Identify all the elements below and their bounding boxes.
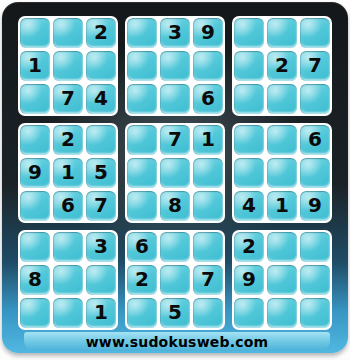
- cell-r8c7[interactable]: 9: [234, 265, 264, 295]
- cell-r6c3[interactable]: 7: [86, 191, 116, 221]
- cell-r3c2[interactable]: 7: [53, 84, 83, 114]
- given-digit: 4: [242, 195, 256, 215]
- cell-r9c9[interactable]: [300, 298, 330, 328]
- given-digit: 6: [308, 129, 322, 149]
- given-digit: 3: [94, 236, 108, 256]
- cell-r2c6[interactable]: [193, 51, 223, 81]
- box-7: 381: [18, 230, 118, 330]
- given-digit: 5: [168, 302, 182, 322]
- cell-r2c7[interactable]: [234, 51, 264, 81]
- cell-r4c4[interactable]: [127, 125, 157, 155]
- given-digit: 8: [168, 195, 182, 215]
- cell-r2c4[interactable]: [127, 51, 157, 81]
- cell-r4c9[interactable]: 6: [300, 125, 330, 155]
- given-digit: 9: [201, 22, 215, 42]
- cell-r8c4[interactable]: 2: [127, 265, 157, 295]
- cell-r1c1[interactable]: [20, 18, 50, 48]
- cell-r6c5[interactable]: 8: [160, 191, 190, 221]
- given-digit: 7: [168, 129, 182, 149]
- cell-r2c9[interactable]: 7: [300, 51, 330, 81]
- cell-r2c3[interactable]: [86, 51, 116, 81]
- given-digit: 7: [308, 55, 322, 75]
- cell-r3c8[interactable]: [267, 84, 297, 114]
- cell-r1c4[interactable]: [127, 18, 157, 48]
- cell-r6c1[interactable]: [20, 191, 50, 221]
- box-8: 6275: [125, 230, 225, 330]
- cell-r1c8[interactable]: [267, 18, 297, 48]
- site-url: www.sudokusweb.com: [86, 334, 269, 350]
- cell-r1c9[interactable]: [300, 18, 330, 48]
- cell-r7c8[interactable]: [267, 232, 297, 262]
- cell-r7c7[interactable]: 2: [234, 232, 264, 262]
- cell-r8c3[interactable]: [86, 265, 116, 295]
- given-digit: 7: [94, 195, 108, 215]
- cell-r9c1[interactable]: [20, 298, 50, 328]
- cell-r8c9[interactable]: [300, 265, 330, 295]
- given-digit: 6: [201, 88, 215, 108]
- given-digit: 9: [308, 195, 322, 215]
- box-2: 396: [125, 16, 225, 116]
- footer-band: www.sudokusweb.com: [24, 332, 330, 351]
- given-digit: 9: [242, 269, 256, 289]
- cell-r5c3[interactable]: 5: [86, 158, 116, 188]
- given-digit: 1: [61, 162, 75, 182]
- cell-r8c8[interactable]: [267, 265, 297, 295]
- cell-r6c4[interactable]: [127, 191, 157, 221]
- cell-r6c7[interactable]: 4: [234, 191, 264, 221]
- cell-r4c8[interactable]: [267, 125, 297, 155]
- cell-r5c9[interactable]: [300, 158, 330, 188]
- cell-r4c5[interactable]: 7: [160, 125, 190, 155]
- given-digit: 2: [242, 236, 256, 256]
- cell-r8c1[interactable]: 8: [20, 265, 50, 295]
- cell-r7c9[interactable]: [300, 232, 330, 262]
- cell-r7c2[interactable]: [53, 232, 83, 262]
- box-5: 718: [125, 123, 225, 223]
- board-plaque: 2174396272915677186419381627529 www.sudo…: [2, 2, 348, 353]
- sudoku-board: 2174396272915677186419381627529: [18, 16, 332, 330]
- cell-r7c5[interactable]: [160, 232, 190, 262]
- given-digit: 3: [168, 22, 182, 42]
- cell-r1c7[interactable]: [234, 18, 264, 48]
- given-digit: 1: [94, 302, 108, 322]
- given-digit: 1: [201, 129, 215, 149]
- cell-r3c9[interactable]: [300, 84, 330, 114]
- cell-r5c1[interactable]: 9: [20, 158, 50, 188]
- given-digit: 9: [28, 162, 42, 182]
- given-digit: 2: [275, 55, 289, 75]
- box-4: 291567: [18, 123, 118, 223]
- cell-r3c5[interactable]: [160, 84, 190, 114]
- cell-r7c4[interactable]: 6: [127, 232, 157, 262]
- box-6: 6419: [232, 123, 332, 223]
- cell-r5c7[interactable]: [234, 158, 264, 188]
- given-digit: 2: [135, 269, 149, 289]
- cell-r5c8[interactable]: [267, 158, 297, 188]
- given-digit: 4: [94, 88, 108, 108]
- box-9: 29: [232, 230, 332, 330]
- cell-r2c2[interactable]: [53, 51, 83, 81]
- cell-r7c3[interactable]: 3: [86, 232, 116, 262]
- given-digit: 6: [61, 195, 75, 215]
- cell-r8c6[interactable]: 7: [193, 265, 223, 295]
- cell-r6c9[interactable]: 9: [300, 191, 330, 221]
- cell-r3c1[interactable]: [20, 84, 50, 114]
- given-digit: 1: [28, 55, 42, 75]
- cell-r7c1[interactable]: [20, 232, 50, 262]
- cell-r4c2[interactable]: 2: [53, 125, 83, 155]
- cell-r2c5[interactable]: [160, 51, 190, 81]
- cell-r5c4[interactable]: [127, 158, 157, 188]
- given-digit: 6: [135, 236, 149, 256]
- cell-r2c8[interactable]: 2: [267, 51, 297, 81]
- cell-r3c6[interactable]: 6: [193, 84, 223, 114]
- given-digit: 8: [28, 269, 42, 289]
- cell-r4c3[interactable]: [86, 125, 116, 155]
- cell-r3c7[interactable]: [234, 84, 264, 114]
- cell-r5c6[interactable]: [193, 158, 223, 188]
- given-digit: 2: [61, 129, 75, 149]
- cell-r1c2[interactable]: [53, 18, 83, 48]
- cell-r1c3[interactable]: 2: [86, 18, 116, 48]
- cell-r3c4[interactable]: [127, 84, 157, 114]
- cell-r5c2[interactable]: 1: [53, 158, 83, 188]
- cell-r1c6[interactable]: 9: [193, 18, 223, 48]
- cell-r9c8[interactable]: [267, 298, 297, 328]
- box-1: 2174: [18, 16, 118, 116]
- cell-r6c8[interactable]: 1: [267, 191, 297, 221]
- cell-r8c5[interactable]: [160, 265, 190, 295]
- cell-r9c3[interactable]: 1: [86, 298, 116, 328]
- cell-r3c3[interactable]: 4: [86, 84, 116, 114]
- cell-r6c2[interactable]: 6: [53, 191, 83, 221]
- cell-r4c6[interactable]: 1: [193, 125, 223, 155]
- cell-r4c1[interactable]: [20, 125, 50, 155]
- cell-r9c2[interactable]: [53, 298, 83, 328]
- given-digit: 5: [94, 162, 108, 182]
- cell-r9c6[interactable]: [193, 298, 223, 328]
- cell-r8c2[interactable]: [53, 265, 83, 295]
- box-3: 27: [232, 16, 332, 116]
- given-digit: 7: [61, 88, 75, 108]
- cell-r9c7[interactable]: [234, 298, 264, 328]
- cell-r5c5[interactable]: [160, 158, 190, 188]
- cell-r7c6[interactable]: [193, 232, 223, 262]
- given-digit: 2: [94, 22, 108, 42]
- cell-r1c5[interactable]: 3: [160, 18, 190, 48]
- cell-r9c5[interactable]: 5: [160, 298, 190, 328]
- cell-r6c6[interactable]: [193, 191, 223, 221]
- cell-r2c1[interactable]: 1: [20, 51, 50, 81]
- given-digit: 7: [201, 269, 215, 289]
- given-digit: 1: [275, 195, 289, 215]
- cell-r9c4[interactable]: [127, 298, 157, 328]
- cell-r4c7[interactable]: [234, 125, 264, 155]
